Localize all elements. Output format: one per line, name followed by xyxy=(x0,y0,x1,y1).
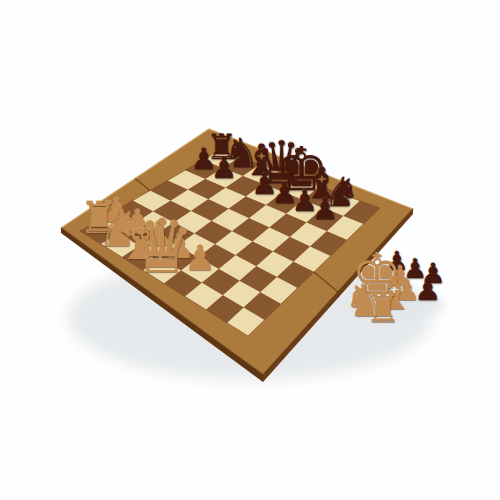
pieces-layer: ♜♞♝♛♚♝♞♟♟♟♟♟♟♟♟♟♟♟♜♞♝♛♟♟♟♟♚♟♟♝♞♜ xyxy=(0,0,500,500)
piece-black-pawn-b7[interactable]: ♟ xyxy=(211,154,237,184)
offboard-white-rook-10[interactable]: ♜ xyxy=(365,288,401,328)
piece-white-queen-d1[interactable]: ♛ xyxy=(129,210,196,284)
piece-black-pawn-g7[interactable]: ♟ xyxy=(312,195,338,225)
product-photo: ♜♞♝♛♚♝♞♟♟♟♟♟♟♟♟♟♟♟♜♞♝♛♟♟♟♟♚♟♟♝♞♜ xyxy=(0,0,500,500)
